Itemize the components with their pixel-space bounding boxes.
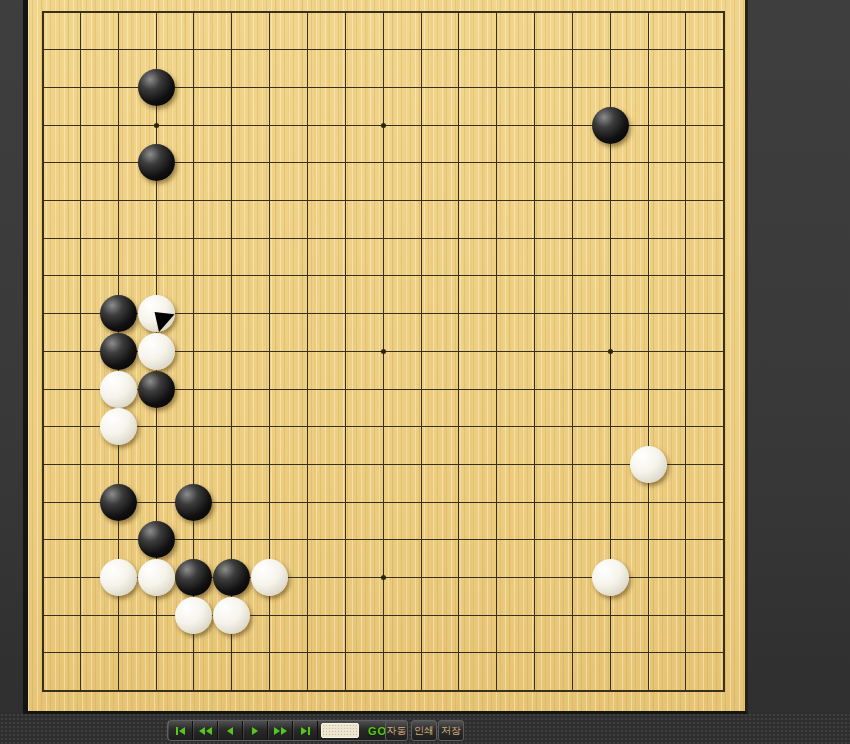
- white-stone: [138, 559, 175, 596]
- grid-line: [42, 502, 725, 503]
- grid-line: [42, 690, 725, 692]
- grid-line: [42, 464, 725, 465]
- step-backward-button[interactable]: [218, 721, 243, 740]
- grid-line: [723, 11, 725, 692]
- grid-line: [572, 11, 573, 692]
- white-stone: [175, 597, 212, 634]
- black-stone: [138, 371, 175, 408]
- grid-line: [685, 11, 686, 692]
- white-stone: [100, 371, 137, 408]
- black-stone: [175, 559, 212, 596]
- white-stone: [138, 333, 175, 370]
- grid-line: [42, 426, 725, 427]
- black-stone: [138, 144, 175, 181]
- move-navigation-bar: GO: [167, 720, 394, 741]
- black-stone: [592, 107, 629, 144]
- fast-forward-icon: [274, 727, 280, 735]
- star-point: [608, 349, 613, 354]
- black-stone: [138, 69, 175, 106]
- last-move-icon: [301, 727, 307, 735]
- grid-line: [42, 652, 725, 653]
- star-point: [381, 575, 386, 580]
- go-board[interactable]: [23, 0, 748, 714]
- step-forward-icon: [252, 727, 258, 735]
- last-move-button[interactable]: [293, 721, 318, 740]
- grid-line: [648, 11, 649, 692]
- white-stone: [592, 559, 629, 596]
- black-stone: [175, 484, 212, 521]
- white-stone: [100, 408, 137, 445]
- first-move-button[interactable]: [168, 721, 193, 740]
- grid-line: [42, 615, 725, 616]
- white-stone: [251, 559, 288, 596]
- star-point: [381, 123, 386, 128]
- save-button[interactable]: 저장: [438, 720, 464, 741]
- step-forward-button[interactable]: [243, 721, 268, 740]
- print-button[interactable]: 인쇄: [411, 720, 437, 741]
- step-backward-icon: [227, 727, 233, 735]
- auto-play-button[interactable]: 자동: [385, 720, 408, 741]
- last-move-triangle-marker: [138, 295, 175, 332]
- black-stone: [100, 295, 137, 332]
- grid-line: [458, 11, 459, 692]
- black-stone: [100, 484, 137, 521]
- star-point: [381, 349, 386, 354]
- black-stone: [100, 333, 137, 370]
- board-grid: [28, 0, 745, 711]
- move-number-input[interactable]: [321, 723, 359, 738]
- black-stone: [138, 521, 175, 558]
- fast-forward-button[interactable]: [268, 721, 293, 740]
- white-stone: [100, 559, 137, 596]
- black-stone: [213, 559, 250, 596]
- grid-line: [496, 11, 497, 692]
- first-move-icon: [176, 727, 178, 735]
- grid-line: [534, 11, 535, 692]
- fast-backward-icon: [199, 727, 205, 735]
- white-stone: [138, 295, 175, 332]
- star-point: [154, 123, 159, 128]
- fast-backward-button[interactable]: [193, 721, 218, 740]
- white-stone: [630, 446, 667, 483]
- grid-line: [421, 11, 422, 692]
- white-stone: [213, 597, 250, 634]
